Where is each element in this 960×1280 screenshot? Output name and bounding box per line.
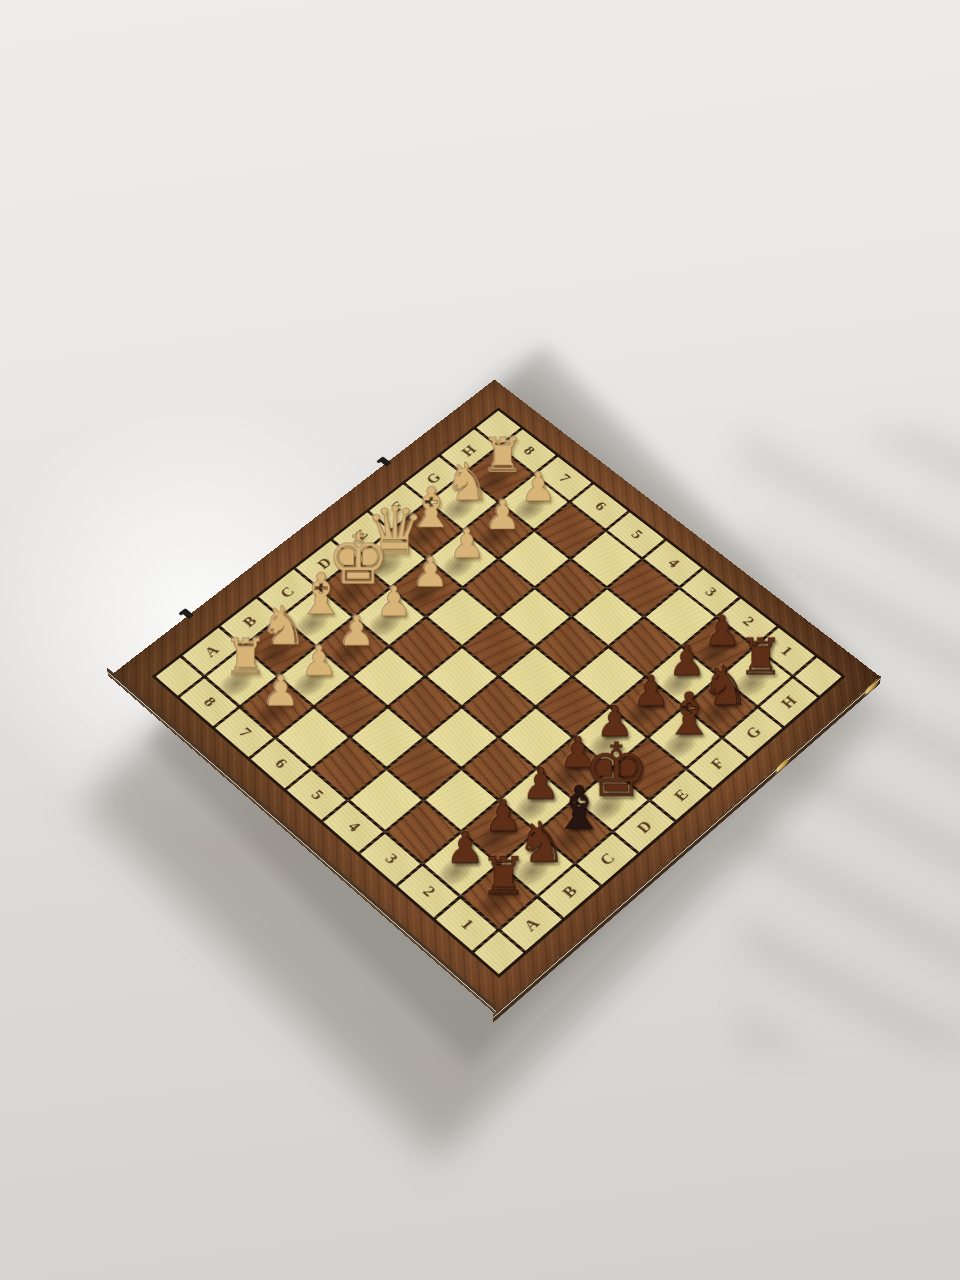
white-pawn-glyph: ♟︎	[338, 612, 375, 652]
file-label-bottom-h: H	[777, 692, 801, 711]
rank-label-right-4: 4	[663, 555, 682, 571]
chess-board: ABCDEFGH8♜♞♝♚♛♝♞♜87♟︎♟︎♟︎♟︎♟︎♟︎♟︎♟︎76655…	[109, 380, 880, 1014]
brass-hinge-icon	[777, 758, 789, 773]
white-pawn-glyph: ♟︎	[520, 469, 556, 508]
rank-label-left-1: 1	[456, 915, 477, 933]
file-label-bottom-d: D	[633, 817, 657, 837]
file-label-bottom-b: B	[558, 882, 581, 902]
file-label-bottom-e: E	[670, 786, 693, 805]
black-pawn-glyph: ♟︎	[445, 828, 484, 869]
white-pawn-glyph: ♟︎	[262, 672, 300, 712]
black-pawn-glyph: ♟︎	[704, 612, 741, 652]
rank-label-right-5: 5	[626, 527, 645, 543]
board-grid: ABCDEFGH8♜♞♝♚♛♝♞♜87♟︎♟︎♟︎♟︎♟︎♟︎♟︎♟︎76655…	[152, 407, 846, 978]
rank-label-right-7: 7	[554, 471, 573, 486]
white-pawn-glyph: ♟︎	[412, 554, 449, 593]
file-label-bottom-g: G	[741, 723, 765, 743]
photo-background: ABCDEFGH8♜♞♝♚♛♝♞♜87♟︎♟︎♟︎♟︎♟︎♟︎♟︎♟︎76655…	[0, 0, 960, 1280]
rank-label-left-7: 7	[234, 724, 255, 741]
black-rook-glyph: ♜	[480, 853, 527, 903]
rank-label-left-5: 5	[306, 786, 327, 803]
clasp-hook-icon	[378, 456, 391, 467]
clasp-hook-icon	[180, 608, 194, 619]
brass-hinge-icon	[866, 681, 877, 695]
white-pawn-glyph: ♟︎	[300, 642, 338, 682]
board-scene: ABCDEFGH8♜♞♝♚♛♝♞♜87♟︎♟︎♟︎♟︎♟︎♟︎♟︎♟︎76655…	[0, 0, 960, 1280]
file-label-bottom-f: F	[706, 755, 728, 773]
file-label-top-a: A	[200, 642, 222, 661]
white-pawn-glyph: ♟︎	[448, 525, 485, 564]
white-pawn-glyph: ♟︎	[484, 497, 521, 536]
file-label-bottom-c: C	[595, 849, 619, 869]
file-label-bottom-a: A	[520, 914, 544, 935]
rank-label-left-6: 6	[270, 755, 291, 772]
rank-label-right-3: 3	[700, 584, 720, 600]
rank-label-left-3: 3	[380, 850, 401, 868]
rank-label-right-6: 6	[590, 499, 609, 514]
white-pawn-glyph: ♟︎	[375, 583, 412, 622]
rank-label-left-4: 4	[343, 818, 364, 836]
rank-label-left-8: 8	[198, 694, 219, 711]
black-bishop-glyph: ♝	[663, 687, 716, 743]
rank-label-left-2: 2	[418, 883, 439, 901]
